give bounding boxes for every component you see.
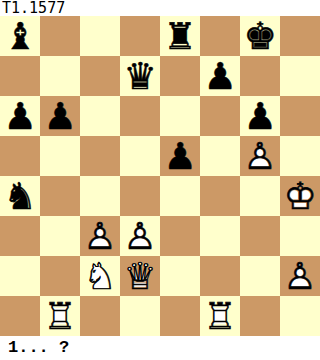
white-king-outline-glyph: ♔	[280, 176, 320, 216]
piece-white-queen[interactable]: ♛♕	[120, 256, 160, 296]
square-f1[interactable]: ♜♖	[200, 296, 240, 336]
piece-black-pawn[interactable]: ♟	[0, 96, 40, 136]
square-f5[interactable]	[200, 136, 240, 176]
square-d8[interactable]	[120, 16, 160, 56]
square-g3[interactable]	[240, 216, 280, 256]
white-knight-outline-glyph: ♘	[80, 256, 120, 296]
square-h5[interactable]	[280, 136, 320, 176]
square-h4[interactable]: ♚♔	[280, 176, 320, 216]
white-rook-outline-glyph: ♖	[200, 296, 240, 336]
square-g7[interactable]	[240, 56, 280, 96]
piece-white-pawn[interactable]: ♟♙	[120, 216, 160, 256]
black-pawn-glyph: ♟	[160, 136, 200, 176]
white-pawn-outline-glyph: ♙	[240, 136, 280, 176]
square-a3[interactable]	[0, 216, 40, 256]
square-b6[interactable]: ♟	[40, 96, 80, 136]
square-e8[interactable]: ♜	[160, 16, 200, 56]
square-h3[interactable]	[280, 216, 320, 256]
square-d6[interactable]	[120, 96, 160, 136]
piece-black-pawn[interactable]: ♟	[40, 96, 80, 136]
square-a6[interactable]: ♟	[0, 96, 40, 136]
square-d2[interactable]: ♛♕	[120, 256, 160, 296]
piece-black-pawn[interactable]: ♟	[200, 56, 240, 96]
move-prompt: 1... ?	[8, 337, 69, 360]
black-pawn-glyph: ♟	[200, 56, 240, 96]
square-b7[interactable]	[40, 56, 80, 96]
square-g1[interactable]	[240, 296, 280, 336]
square-e5[interactable]: ♟	[160, 136, 200, 176]
square-d4[interactable]	[120, 176, 160, 216]
puzzle-id: T1.1577	[2, 0, 65, 16]
piece-white-knight[interactable]: ♞♘	[80, 256, 120, 296]
square-g2[interactable]	[240, 256, 280, 296]
square-c3[interactable]: ♟♙	[80, 216, 120, 256]
piece-black-pawn[interactable]: ♟	[240, 96, 280, 136]
square-a8[interactable]: ♝	[0, 16, 40, 56]
square-h1[interactable]	[280, 296, 320, 336]
piece-white-rook[interactable]: ♜♖	[40, 296, 80, 336]
white-pawn-outline-glyph: ♙	[120, 216, 160, 256]
square-g8[interactable]: ♚	[240, 16, 280, 56]
square-a5[interactable]	[0, 136, 40, 176]
square-f4[interactable]	[200, 176, 240, 216]
square-h7[interactable]	[280, 56, 320, 96]
square-d3[interactable]: ♟♙	[120, 216, 160, 256]
square-e4[interactable]	[160, 176, 200, 216]
white-rook-outline-glyph: ♖	[40, 296, 80, 336]
square-d7[interactable]: ♛	[120, 56, 160, 96]
square-h2[interactable]: ♟♙	[280, 256, 320, 296]
square-c7[interactable]	[80, 56, 120, 96]
square-e7[interactable]	[160, 56, 200, 96]
piece-white-pawn[interactable]: ♟♙	[240, 136, 280, 176]
black-pawn-glyph: ♟	[0, 96, 40, 136]
square-b5[interactable]	[40, 136, 80, 176]
piece-black-rook[interactable]: ♜	[160, 16, 200, 56]
square-c8[interactable]	[80, 16, 120, 56]
square-b4[interactable]	[40, 176, 80, 216]
black-pawn-glyph: ♟	[40, 96, 80, 136]
square-c4[interactable]	[80, 176, 120, 216]
white-queen-outline-glyph: ♕	[120, 256, 160, 296]
black-rook-glyph: ♜	[160, 16, 200, 56]
piece-black-pawn[interactable]: ♟	[160, 136, 200, 176]
white-pawn-outline-glyph: ♙	[80, 216, 120, 256]
white-pawn-outline-glyph: ♙	[280, 256, 320, 296]
square-c6[interactable]	[80, 96, 120, 136]
square-e2[interactable]	[160, 256, 200, 296]
chess-puzzle-app: T1.1577 ♝♜♚♛♟♟♟♟♟♟♙♞♚♔♟♙♟♙♞♘♛♕♟♙♜♖♜♖ 1..…	[0, 0, 320, 360]
piece-black-knight[interactable]: ♞	[0, 176, 40, 216]
square-b2[interactable]	[40, 256, 80, 296]
square-a2[interactable]	[0, 256, 40, 296]
square-g4[interactable]	[240, 176, 280, 216]
piece-white-king[interactable]: ♚♔	[280, 176, 320, 216]
square-e6[interactable]	[160, 96, 200, 136]
black-pawn-glyph: ♟	[240, 96, 280, 136]
square-b3[interactable]	[40, 216, 80, 256]
piece-white-pawn[interactable]: ♟♙	[80, 216, 120, 256]
square-g6[interactable]: ♟	[240, 96, 280, 136]
square-e1[interactable]	[160, 296, 200, 336]
piece-white-pawn[interactable]: ♟♙	[280, 256, 320, 296]
square-f3[interactable]	[200, 216, 240, 256]
black-knight-glyph: ♞	[0, 176, 40, 216]
square-h8[interactable]	[280, 16, 320, 56]
chess-board: ♝♜♚♛♟♟♟♟♟♟♙♞♚♔♟♙♟♙♞♘♛♕♟♙♜♖♜♖	[0, 16, 320, 336]
square-f8[interactable]	[200, 16, 240, 56]
square-a7[interactable]	[0, 56, 40, 96]
square-a1[interactable]	[0, 296, 40, 336]
square-a4[interactable]: ♞	[0, 176, 40, 216]
black-king-glyph: ♚	[240, 16, 280, 56]
square-d1[interactable]	[120, 296, 160, 336]
square-b8[interactable]	[40, 16, 80, 56]
square-h6[interactable]	[280, 96, 320, 136]
black-bishop-glyph: ♝	[0, 16, 40, 56]
square-f7[interactable]: ♟	[200, 56, 240, 96]
piece-black-queen[interactable]: ♛	[120, 56, 160, 96]
square-c2[interactable]: ♞♘	[80, 256, 120, 296]
black-queen-glyph: ♛	[120, 56, 160, 96]
square-d5[interactable]	[120, 136, 160, 176]
square-g5[interactable]: ♟♙	[240, 136, 280, 176]
piece-black-bishop[interactable]: ♝	[0, 16, 40, 56]
square-e3[interactable]	[160, 216, 200, 256]
square-f2[interactable]	[200, 256, 240, 296]
square-c1[interactable]	[80, 296, 120, 336]
piece-black-king[interactable]: ♚	[240, 16, 280, 56]
square-c5[interactable]	[80, 136, 120, 176]
piece-white-rook[interactable]: ♜♖	[200, 296, 240, 336]
square-f6[interactable]	[200, 96, 240, 136]
square-b1[interactable]: ♜♖	[40, 296, 80, 336]
